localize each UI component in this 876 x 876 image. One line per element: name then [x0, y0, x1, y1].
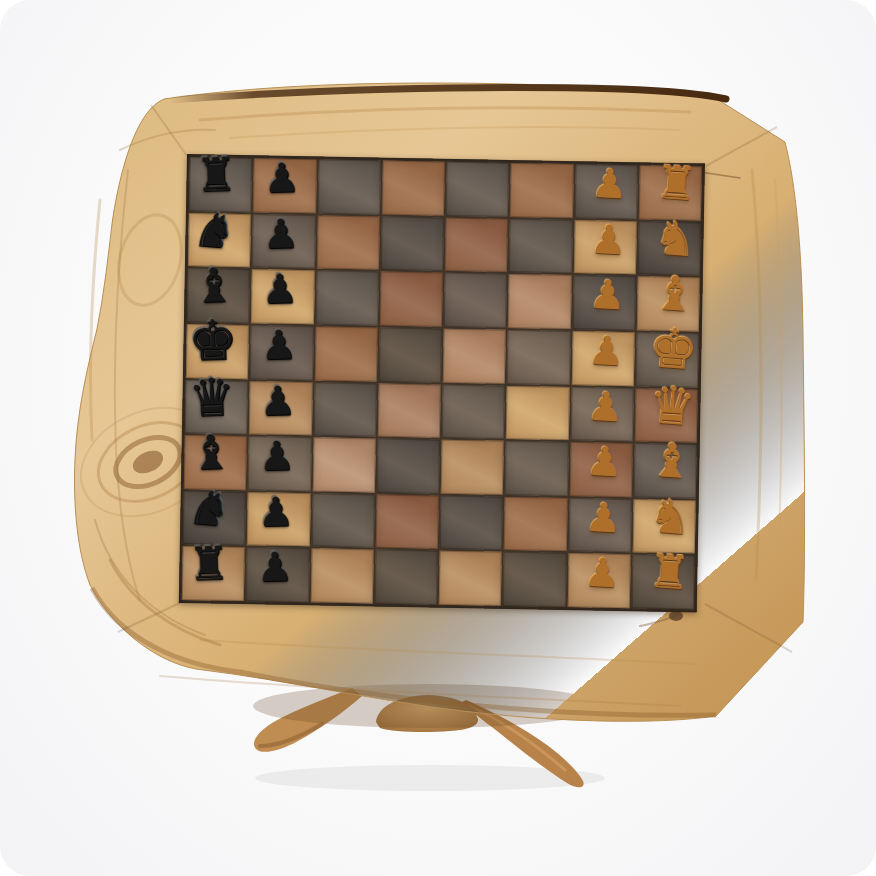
square-h3[interactable] [510, 163, 573, 218]
black-pawn[interactable]: ♟ [249, 206, 312, 261]
square-b5[interactable] [376, 494, 439, 549]
black-pawn[interactable]: ♟ [245, 428, 308, 483]
black-bishop[interactable]: ♝ [179, 425, 243, 481]
white-rook[interactable]: ♜ [643, 154, 709, 212]
square-d4[interactable] [442, 384, 505, 439]
square-f6[interactable] [315, 271, 378, 326]
square-a7[interactable]: ♟ [246, 548, 309, 603]
black-king[interactable]: ♚ [181, 313, 245, 369]
black-pawn[interactable]: ♟ [247, 317, 310, 372]
square-c4[interactable] [441, 440, 504, 495]
square-f7[interactable]: ♟ [251, 269, 314, 324]
product-photo: ♜♟♟♜♞♟♟♞♝♟♟♝♚♟♟♚♛♟♟♛♝♟♟♝♞♟♟♞♜♟♟♜ [0, 0, 876, 876]
square-c6[interactable] [312, 437, 375, 492]
square-h4[interactable] [446, 162, 509, 217]
square-a4[interactable] [439, 551, 502, 606]
square-d5[interactable] [378, 383, 441, 438]
square-d7[interactable]: ♟ [249, 381, 312, 436]
white-bishop[interactable]: ♝ [638, 432, 704, 490]
square-e7[interactable]: ♟ [250, 325, 313, 380]
white-pawn[interactable]: ♟ [572, 433, 637, 490]
square-f4[interactable] [444, 273, 507, 328]
white-rook[interactable]: ♜ [636, 543, 702, 601]
white-pawn[interactable]: ♟ [576, 211, 641, 268]
square-f5[interactable] [380, 272, 443, 327]
square-b6[interactable] [311, 493, 374, 548]
square-b4[interactable] [440, 495, 503, 550]
square-a1[interactable]: ♜ [632, 555, 695, 610]
square-e6[interactable] [314, 326, 377, 381]
square-a8[interactable]: ♜ [182, 546, 245, 601]
square-g3[interactable] [509, 219, 572, 274]
square-a6[interactable] [310, 549, 373, 604]
square-e5[interactable] [379, 327, 442, 382]
square-b3[interactable] [504, 497, 567, 552]
square-a2[interactable]: ♟ [567, 553, 630, 608]
white-king[interactable]: ♚ [640, 321, 706, 379]
square-g6[interactable] [316, 215, 379, 270]
black-bishop[interactable]: ♝ [182, 258, 246, 314]
black-pawn[interactable]: ♟ [250, 150, 313, 205]
square-d3[interactable] [506, 385, 569, 440]
white-pawn[interactable]: ♟ [577, 155, 642, 212]
square-e4[interactable] [443, 329, 506, 384]
square-c7[interactable]: ♟ [248, 436, 311, 491]
white-pawn[interactable]: ♟ [570, 544, 635, 601]
square-c5[interactable] [377, 439, 440, 494]
black-pawn[interactable]: ♟ [246, 373, 309, 428]
square-h5[interactable] [382, 161, 445, 216]
black-pawn[interactable]: ♟ [248, 261, 311, 316]
white-pawn[interactable]: ♟ [573, 378, 638, 435]
square-a5[interactable] [375, 550, 438, 605]
black-pawn[interactable]: ♟ [244, 484, 307, 539]
square-f3[interactable] [508, 274, 571, 329]
black-knight[interactable]: ♞ [182, 201, 248, 259]
white-knight[interactable]: ♞ [637, 488, 703, 546]
black-knight[interactable]: ♞ [177, 479, 243, 537]
square-d6[interactable] [313, 382, 376, 437]
black-pawn[interactable]: ♟ [243, 540, 306, 595]
chess-board: ♜♟♟♜♞♟♟♞♝♟♟♝♚♟♟♚♛♟♟♛♝♟♟♝♞♟♟♞♜♟♟♜ [179, 154, 705, 612]
black-rook[interactable]: ♜ [184, 146, 248, 202]
square-g4[interactable] [445, 217, 508, 272]
white-bishop[interactable]: ♝ [641, 265, 707, 323]
square-a3[interactable] [503, 552, 566, 607]
square-g5[interactable] [381, 216, 444, 271]
square-h6[interactable] [317, 159, 380, 214]
square-h7[interactable]: ♟ [253, 158, 316, 213]
white-pawn[interactable]: ♟ [575, 266, 640, 323]
square-c3[interactable] [505, 441, 568, 496]
black-queen[interactable]: ♛ [180, 369, 244, 425]
black-rook[interactable]: ♜ [177, 536, 241, 592]
square-e3[interactable] [507, 330, 570, 385]
white-queen[interactable]: ♛ [639, 376, 705, 434]
white-knight[interactable]: ♞ [642, 209, 708, 267]
white-pawn[interactable]: ♟ [571, 489, 636, 546]
white-pawn[interactable]: ♟ [574, 322, 639, 379]
